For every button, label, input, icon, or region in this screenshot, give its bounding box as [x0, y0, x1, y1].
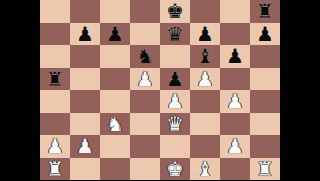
square-c6[interactable]: [100, 45, 130, 68]
square-e5[interactable]: ♟: [160, 68, 190, 91]
piece-black-p: ♟: [166, 68, 184, 90]
piece-white-r: ♜: [256, 158, 274, 180]
square-d5[interactable]: ♟: [130, 68, 160, 91]
square-h4[interactable]: [250, 90, 280, 113]
piece-black-p: ♟: [256, 23, 274, 45]
square-b4[interactable]: [70, 90, 100, 113]
square-a5[interactable]: ♜: [40, 68, 70, 91]
piece-white-p: ♟: [196, 68, 214, 90]
piece-white-q: ♛: [166, 113, 184, 135]
square-g6[interactable]: ♟: [220, 45, 250, 68]
square-h1[interactable]: ♜: [250, 158, 280, 181]
piece-black-p: ♟: [196, 23, 214, 45]
piece-white-p: ♟: [46, 135, 64, 157]
piece-black-k: ♚: [166, 0, 184, 22]
square-a7[interactable]: [40, 23, 70, 46]
video-frame: ♚♜♟♟♛♟♟♞♝♟♜♟♟♟♟♟♞♛♟♟♟♜♚♝♜: [0, 0, 320, 180]
square-e4[interactable]: ♟: [160, 90, 190, 113]
square-f2[interactable]: [190, 135, 220, 158]
piece-white-p: ♟: [226, 90, 244, 112]
square-g7[interactable]: [220, 23, 250, 46]
square-d1[interactable]: [130, 158, 160, 181]
square-f1[interactable]: ♝: [190, 158, 220, 181]
piece-black-q: ♛: [166, 23, 184, 45]
square-e6[interactable]: [160, 45, 190, 68]
square-g2[interactable]: ♟: [220, 135, 250, 158]
piece-white-k: ♚: [166, 158, 184, 180]
square-d4[interactable]: [130, 90, 160, 113]
square-c5[interactable]: [100, 68, 130, 91]
piece-black-p: ♟: [76, 23, 94, 45]
square-g8[interactable]: [220, 0, 250, 23]
square-h8[interactable]: ♜: [250, 0, 280, 23]
square-b7[interactable]: ♟: [70, 23, 100, 46]
square-h5[interactable]: [250, 68, 280, 91]
square-e7[interactable]: ♛: [160, 23, 190, 46]
piece-white-p: ♟: [226, 135, 244, 157]
piece-white-n: ♞: [106, 113, 124, 135]
square-c1[interactable]: [100, 158, 130, 181]
piece-black-r: ♜: [46, 68, 64, 90]
square-f8[interactable]: [190, 0, 220, 23]
square-h3[interactable]: [250, 113, 280, 136]
square-c8[interactable]: [100, 0, 130, 23]
piece-black-b: ♝: [196, 45, 214, 67]
square-f7[interactable]: ♟: [190, 23, 220, 46]
piece-white-p: ♟: [136, 68, 154, 90]
square-a4[interactable]: [40, 90, 70, 113]
chess-board: ♚♜♟♟♛♟♟♞♝♟♜♟♟♟♟♟♞♛♟♟♟♜♚♝♜: [40, 0, 280, 180]
square-h6[interactable]: [250, 45, 280, 68]
square-c2[interactable]: [100, 135, 130, 158]
square-b3[interactable]: [70, 113, 100, 136]
letterbox-right-bar: [280, 0, 320, 180]
square-d8[interactable]: [130, 0, 160, 23]
square-c3[interactable]: ♞: [100, 113, 130, 136]
square-b2[interactable]: ♟: [70, 135, 100, 158]
square-a8[interactable]: [40, 0, 70, 23]
piece-white-p: ♟: [166, 90, 184, 112]
square-g5[interactable]: [220, 68, 250, 91]
piece-black-p: ♟: [106, 23, 124, 45]
square-h2[interactable]: [250, 135, 280, 158]
piece-black-p: ♟: [226, 45, 244, 67]
square-c7[interactable]: ♟: [100, 23, 130, 46]
piece-black-r: ♜: [256, 0, 274, 22]
square-f4[interactable]: [190, 90, 220, 113]
square-b5[interactable]: [70, 68, 100, 91]
square-d3[interactable]: [130, 113, 160, 136]
square-c4[interactable]: [100, 90, 130, 113]
square-g1[interactable]: [220, 158, 250, 181]
square-b6[interactable]: [70, 45, 100, 68]
square-g3[interactable]: [220, 113, 250, 136]
square-e8[interactable]: ♚: [160, 0, 190, 23]
piece-white-p: ♟: [76, 135, 94, 157]
square-e3[interactable]: ♛: [160, 113, 190, 136]
square-e2[interactable]: [160, 135, 190, 158]
piece-white-r: ♜: [46, 158, 64, 180]
square-d2[interactable]: [130, 135, 160, 158]
square-f3[interactable]: [190, 113, 220, 136]
square-d6[interactable]: ♞: [130, 45, 160, 68]
square-a6[interactable]: [40, 45, 70, 68]
square-a2[interactable]: ♟: [40, 135, 70, 158]
square-b1[interactable]: [70, 158, 100, 181]
square-a1[interactable]: ♜: [40, 158, 70, 181]
square-f6[interactable]: ♝: [190, 45, 220, 68]
square-e1[interactable]: ♚: [160, 158, 190, 181]
square-a3[interactable]: [40, 113, 70, 136]
square-b8[interactable]: [70, 0, 100, 23]
square-d7[interactable]: [130, 23, 160, 46]
square-h7[interactable]: ♟: [250, 23, 280, 46]
square-g4[interactable]: ♟: [220, 90, 250, 113]
piece-white-b: ♝: [196, 158, 214, 180]
square-f5[interactable]: ♟: [190, 68, 220, 91]
letterbox-left-bar: [0, 0, 40, 180]
piece-black-n: ♞: [136, 45, 154, 67]
